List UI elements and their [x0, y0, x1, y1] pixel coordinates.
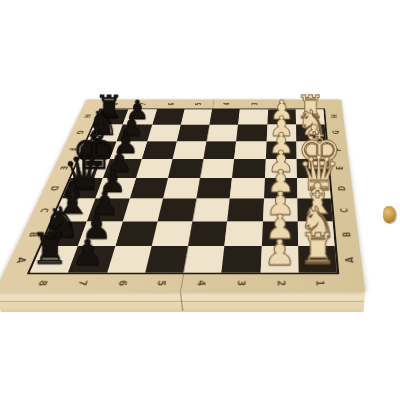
square-a5: [145, 246, 188, 273]
square-c3: [227, 199, 263, 221]
square-a8: ♜: [30, 246, 78, 273]
square-b6: [115, 221, 158, 246]
square-d4: [196, 178, 232, 199]
chess-set-photo: 87654321 87654321 HGFEDCBA HGFEDCBA ♜♟♟♜…: [0, 0, 400, 400]
piece-black-pawn-h7: ♟: [123, 97, 152, 124]
square-h3: [238, 109, 268, 124]
box-front-wall: [0, 292, 365, 311]
label-right-file-a: A: [330, 253, 370, 268]
square-h5: [181, 109, 213, 124]
square-d3: [230, 178, 265, 199]
square-b1: ♞: [298, 221, 335, 246]
perspective-scene: 87654321 87654321 HGFEDCBA HGFEDCBA ♜♟♟♜…: [0, 0, 400, 400]
square-g4: [206, 125, 238, 141]
square-e1: ♚: [296, 159, 329, 178]
square-e5: [168, 159, 204, 178]
square-d6: [129, 178, 168, 199]
square-c2: ♟: [262, 199, 297, 221]
square-c7: ♟: [87, 199, 129, 221]
brass-clasp: [383, 206, 396, 223]
square-b4: [188, 221, 227, 246]
square-e2: ♟: [265, 159, 297, 178]
square-c1: ♝: [297, 199, 332, 221]
square-c6: [122, 199, 162, 221]
square-a4: [183, 246, 224, 273]
square-a1: ♜: [298, 246, 337, 273]
square-b5: [151, 221, 192, 246]
square-f5: [172, 141, 206, 159]
piece-white-bishop-c1: ♝: [297, 176, 332, 219]
square-g5: [177, 125, 210, 141]
square-f4: [203, 141, 236, 159]
piece-white-pawn-h2: ♟: [267, 97, 296, 124]
square-g3: [236, 125, 267, 141]
square-h1: ♜: [296, 109, 325, 124]
square-h6: [152, 109, 184, 124]
square-b2: ♟: [261, 221, 298, 246]
square-c4: [192, 199, 230, 221]
square-c8: ♝: [52, 199, 95, 221]
square-a2: ♟: [260, 246, 298, 273]
square-f2: ♟: [265, 141, 296, 159]
square-h4: [209, 109, 240, 124]
square-a6: [107, 246, 152, 273]
square-d2: ♟: [264, 178, 298, 199]
square-g6: [147, 125, 181, 141]
square-g2: ♟: [266, 125, 296, 141]
square-f6: [141, 141, 176, 159]
piece-white-rook-h1: ♜: [296, 92, 325, 124]
square-g1: ♞: [296, 125, 326, 141]
piece-black-pawn-d7: ♟: [96, 166, 129, 197]
square-f1: ♝: [296, 141, 327, 159]
board-grid: ♜♟♟♜♞♟♟♞♝♟♟♝♚♟♟♚♛♟♟♛♝♟♟♝♞♟♟♞♜♟♟♜: [27, 109, 339, 275]
square-d1: ♛: [297, 178, 331, 199]
piece-black-bishop-c8: ♝: [53, 176, 88, 219]
piece-white-pawn-d2: ♟: [264, 166, 297, 197]
square-e4: [200, 159, 234, 178]
square-f3: [234, 141, 266, 159]
label-left-file-a: A: [0, 253, 44, 268]
square-e3: [232, 159, 265, 178]
piece-white-pawn-c2: ♟: [263, 187, 298, 220]
piece-black-pawn-c7: ♟: [88, 187, 123, 220]
square-e6: [136, 159, 173, 178]
square-h2: ♟: [267, 109, 296, 124]
square-d5: [163, 178, 200, 199]
square-c5: [157, 199, 196, 221]
piece-black-rook-h8: ♜: [95, 92, 124, 124]
square-g7: ♟: [117, 125, 152, 141]
square-b3: [225, 221, 263, 246]
square-a3: [222, 246, 262, 273]
chess-board: 87654321 87654321 HGFEDCBA HGFEDCBA ♜♟♟♜…: [0, 100, 365, 293]
square-g8: ♞: [87, 125, 123, 141]
